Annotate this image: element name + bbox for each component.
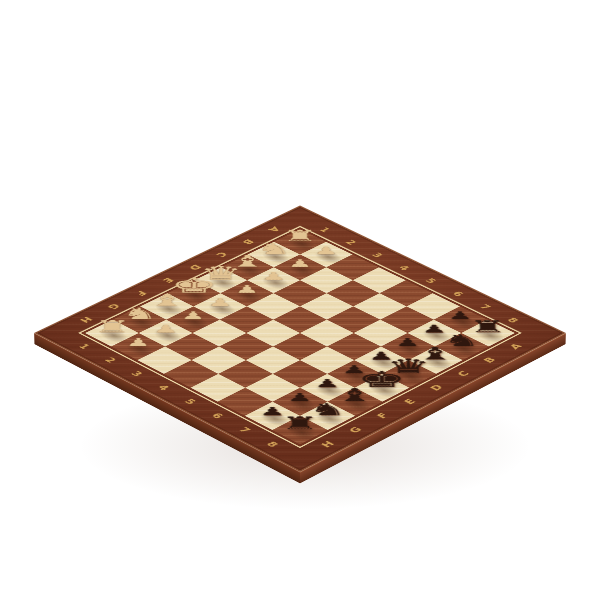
- square-h4[interactable]: [164, 360, 218, 388]
- square-f5[interactable]: [246, 346, 300, 373]
- square-h8[interactable]: [272, 416, 327, 445]
- square-e5[interactable]: [273, 333, 327, 360]
- square-d8[interactable]: [382, 360, 436, 388]
- square-h3[interactable]: [137, 346, 191, 373]
- white-pawn-glyph: ♟: [153, 323, 178, 334]
- square-h6[interactable]: [218, 388, 273, 416]
- square-e6[interactable]: [300, 346, 354, 373]
- square-g4[interactable]: [192, 346, 246, 373]
- square-h7[interactable]: [245, 402, 300, 430]
- white-pawn-glyph: ♟: [181, 310, 206, 321]
- white-pawn-glyph: ♟: [208, 297, 232, 308]
- white-pawn-glyph: ♟: [262, 271, 286, 282]
- white-pawn-glyph: ♟: [235, 284, 259, 295]
- square-e8[interactable]: [355, 374, 410, 402]
- white-pawn-glyph: ♟: [314, 245, 338, 255]
- square-g7[interactable]: [273, 388, 328, 416]
- square-g3[interactable]: [165, 333, 219, 360]
- square-g5[interactable]: [218, 360, 272, 388]
- square-h5[interactable]: [191, 374, 246, 402]
- square-f7[interactable]: [300, 374, 355, 402]
- square-f4[interactable]: [219, 333, 273, 360]
- square-f6[interactable]: [273, 360, 327, 388]
- square-d6[interactable]: [327, 333, 381, 360]
- white-pawn-glyph: ♟: [288, 258, 312, 269]
- square-f8[interactable]: [327, 388, 382, 416]
- white-rook-glyph: ♜: [93, 319, 131, 335]
- chess-set-scene: AA11BB22CC33DD44EE55FF66GG77HH88 ♜♟♞♟♝♟♛…: [0, 0, 600, 600]
- square-e7[interactable]: [327, 360, 381, 388]
- square-g6[interactable]: [245, 374, 300, 402]
- square-g8[interactable]: [300, 402, 355, 430]
